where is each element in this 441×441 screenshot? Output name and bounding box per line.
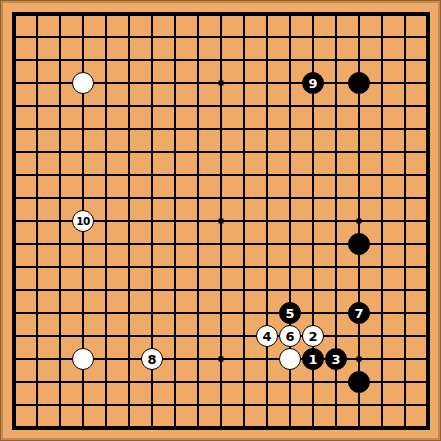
intersection-G14 bbox=[141, 118, 164, 141]
intersection-L1 bbox=[233, 417, 256, 440]
intersection-L3 bbox=[233, 371, 256, 394]
intersection-G12 bbox=[141, 164, 164, 187]
intersection-D6 bbox=[72, 302, 95, 325]
intersection-H6 bbox=[164, 302, 187, 325]
intersection-E9 bbox=[95, 233, 118, 256]
move-number: 5 bbox=[285, 307, 294, 320]
intersection-H13 bbox=[164, 141, 187, 164]
intersection-T12 bbox=[417, 164, 440, 187]
intersection-R8 bbox=[371, 256, 394, 279]
intersection-G18 bbox=[141, 26, 164, 49]
intersection-Q9 bbox=[348, 233, 371, 256]
intersection-A5 bbox=[3, 325, 26, 348]
intersection-R1 bbox=[371, 417, 394, 440]
intersection-L13 bbox=[233, 141, 256, 164]
intersection-C5 bbox=[49, 325, 72, 348]
intersection-F17 bbox=[118, 49, 141, 72]
go-diagram: 91057462813 bbox=[0, 0, 441, 441]
intersection-B18 bbox=[26, 26, 49, 49]
white-stone bbox=[72, 72, 94, 94]
intersection-R9 bbox=[371, 233, 394, 256]
intersection-S8 bbox=[394, 256, 417, 279]
white-stone: 6 bbox=[279, 325, 301, 347]
intersection-L19 bbox=[233, 3, 256, 26]
intersection-Q7 bbox=[348, 279, 371, 302]
black-stone bbox=[348, 371, 370, 393]
intersection-F16 bbox=[118, 72, 141, 95]
intersection-R6 bbox=[371, 302, 394, 325]
intersection-O1 bbox=[302, 417, 325, 440]
intersection-P12 bbox=[325, 164, 348, 187]
intersection-B15 bbox=[26, 95, 49, 118]
intersection-Q16 bbox=[348, 72, 371, 95]
intersection-J18 bbox=[187, 26, 210, 49]
intersection-E12 bbox=[95, 164, 118, 187]
intersection-L17 bbox=[233, 49, 256, 72]
intersection-L15 bbox=[233, 95, 256, 118]
intersection-A13 bbox=[3, 141, 26, 164]
intersection-O8 bbox=[302, 256, 325, 279]
intersection-T5 bbox=[417, 325, 440, 348]
intersection-S17 bbox=[394, 49, 417, 72]
intersection-O10 bbox=[302, 210, 325, 233]
intersection-S15 bbox=[394, 95, 417, 118]
intersection-K13 bbox=[210, 141, 233, 164]
intersection-S6 bbox=[394, 302, 417, 325]
intersection-M1 bbox=[256, 417, 279, 440]
intersection-R18 bbox=[371, 26, 394, 49]
intersection-J13 bbox=[187, 141, 210, 164]
intersection-C15 bbox=[49, 95, 72, 118]
intersection-A6 bbox=[3, 302, 26, 325]
intersection-N1 bbox=[279, 417, 302, 440]
white-stone: 2 bbox=[302, 325, 324, 347]
intersection-S4 bbox=[394, 348, 417, 371]
intersection-G6 bbox=[141, 302, 164, 325]
intersection-Q12 bbox=[348, 164, 371, 187]
intersection-M6 bbox=[256, 302, 279, 325]
intersection-K15 bbox=[210, 95, 233, 118]
intersection-M13 bbox=[256, 141, 279, 164]
intersection-L14 bbox=[233, 118, 256, 141]
white-stone: 8 bbox=[141, 348, 163, 370]
intersection-D5 bbox=[72, 325, 95, 348]
intersection-L6 bbox=[233, 302, 256, 325]
intersection-O12 bbox=[302, 164, 325, 187]
intersection-M14 bbox=[256, 118, 279, 141]
intersection-C6 bbox=[49, 302, 72, 325]
intersection-L8 bbox=[233, 256, 256, 279]
intersection-M3 bbox=[256, 371, 279, 394]
intersection-O14 bbox=[302, 118, 325, 141]
intersection-A2 bbox=[3, 394, 26, 417]
intersection-O6 bbox=[302, 302, 325, 325]
move-number: 1 bbox=[308, 353, 317, 366]
intersection-N18 bbox=[279, 26, 302, 49]
intersection-G10 bbox=[141, 210, 164, 233]
intersection-R2 bbox=[371, 394, 394, 417]
intersection-M2 bbox=[256, 394, 279, 417]
intersection-N12 bbox=[279, 164, 302, 187]
intersection-J19 bbox=[187, 3, 210, 26]
intersection-N10 bbox=[279, 210, 302, 233]
intersection-J4 bbox=[187, 348, 210, 371]
intersection-D2 bbox=[72, 394, 95, 417]
intersection-Q2 bbox=[348, 394, 371, 417]
intersection-F15 bbox=[118, 95, 141, 118]
intersection-H19 bbox=[164, 3, 187, 26]
intersection-E13 bbox=[95, 141, 118, 164]
move-number: 7 bbox=[354, 307, 363, 320]
intersection-M18 bbox=[256, 26, 279, 49]
move-number: 10 bbox=[76, 216, 90, 227]
intersection-B2 bbox=[26, 394, 49, 417]
goban: 91057462813 bbox=[0, 0, 441, 441]
intersection-G8 bbox=[141, 256, 164, 279]
intersection-T14 bbox=[417, 118, 440, 141]
intersection-H14 bbox=[164, 118, 187, 141]
intersection-D8 bbox=[72, 256, 95, 279]
intersection-T18 bbox=[417, 26, 440, 49]
intersection-T2 bbox=[417, 394, 440, 417]
intersection-R16 bbox=[371, 72, 394, 95]
intersection-Q5 bbox=[348, 325, 371, 348]
intersection-P3 bbox=[325, 371, 348, 394]
intersection-E3 bbox=[95, 371, 118, 394]
intersection-E14 bbox=[95, 118, 118, 141]
intersection-H8 bbox=[164, 256, 187, 279]
intersection-O3 bbox=[302, 371, 325, 394]
intersection-F9 bbox=[118, 233, 141, 256]
intersection-F3 bbox=[118, 371, 141, 394]
intersection-M19 bbox=[256, 3, 279, 26]
intersection-A18 bbox=[3, 26, 26, 49]
intersection-H3 bbox=[164, 371, 187, 394]
intersection-A3 bbox=[3, 371, 26, 394]
intersection-G13 bbox=[141, 141, 164, 164]
intersection-B16 bbox=[26, 72, 49, 95]
intersection-K2 bbox=[210, 394, 233, 417]
intersection-Q15 bbox=[348, 95, 371, 118]
intersection-H2 bbox=[164, 394, 187, 417]
intersection-K11 bbox=[210, 187, 233, 210]
intersection-C13 bbox=[49, 141, 72, 164]
intersection-C11 bbox=[49, 187, 72, 210]
intersection-G11 bbox=[141, 187, 164, 210]
intersection-P13 bbox=[325, 141, 348, 164]
intersection-Q10 bbox=[348, 210, 371, 233]
intersection-J3 bbox=[187, 371, 210, 394]
intersection-F7 bbox=[118, 279, 141, 302]
intersection-O15 bbox=[302, 95, 325, 118]
intersection-S11 bbox=[394, 187, 417, 210]
intersection-C1 bbox=[49, 417, 72, 440]
intersection-E10 bbox=[95, 210, 118, 233]
intersection-P11 bbox=[325, 187, 348, 210]
intersection-G4: 8 bbox=[141, 348, 164, 371]
intersection-K17 bbox=[210, 49, 233, 72]
intersection-N11 bbox=[279, 187, 302, 210]
intersection-P9 bbox=[325, 233, 348, 256]
intersection-A12 bbox=[3, 164, 26, 187]
intersection-N5: 6 bbox=[279, 325, 302, 348]
intersection-R4 bbox=[371, 348, 394, 371]
intersection-N15 bbox=[279, 95, 302, 118]
intersection-T15 bbox=[417, 95, 440, 118]
intersection-E8 bbox=[95, 256, 118, 279]
intersection-C16 bbox=[49, 72, 72, 95]
intersection-N2 bbox=[279, 394, 302, 417]
intersection-N7 bbox=[279, 279, 302, 302]
intersection-E11 bbox=[95, 187, 118, 210]
intersection-C3 bbox=[49, 371, 72, 394]
intersection-A14 bbox=[3, 118, 26, 141]
intersection-L11 bbox=[233, 187, 256, 210]
intersection-C10 bbox=[49, 210, 72, 233]
intersection-T3 bbox=[417, 371, 440, 394]
intersection-N14 bbox=[279, 118, 302, 141]
intersection-D19 bbox=[72, 3, 95, 26]
intersection-P1 bbox=[325, 417, 348, 440]
intersection-E19 bbox=[95, 3, 118, 26]
intersection-J16 bbox=[187, 72, 210, 95]
intersection-B3 bbox=[26, 371, 49, 394]
intersection-B13 bbox=[26, 141, 49, 164]
intersection-K14 bbox=[210, 118, 233, 141]
intersection-K16 bbox=[210, 72, 233, 95]
black-stone: 9 bbox=[302, 72, 324, 94]
intersection-D12 bbox=[72, 164, 95, 187]
black-stone: 1 bbox=[302, 348, 324, 370]
intersection-D11 bbox=[72, 187, 95, 210]
intersection-R11 bbox=[371, 187, 394, 210]
intersection-D9 bbox=[72, 233, 95, 256]
intersection-O2 bbox=[302, 394, 325, 417]
intersection-N3 bbox=[279, 371, 302, 394]
intersection-E16 bbox=[95, 72, 118, 95]
intersection-M11 bbox=[256, 187, 279, 210]
intersection-P15 bbox=[325, 95, 348, 118]
intersection-R17 bbox=[371, 49, 394, 72]
intersection-B4 bbox=[26, 348, 49, 371]
intersection-A7 bbox=[3, 279, 26, 302]
intersection-A9 bbox=[3, 233, 26, 256]
intersection-N9 bbox=[279, 233, 302, 256]
intersection-O17 bbox=[302, 49, 325, 72]
intersection-A10 bbox=[3, 210, 26, 233]
intersection-M12 bbox=[256, 164, 279, 187]
intersection-E2 bbox=[95, 394, 118, 417]
intersection-N8 bbox=[279, 256, 302, 279]
intersection-G7 bbox=[141, 279, 164, 302]
intersection-M17 bbox=[256, 49, 279, 72]
intersection-Q14 bbox=[348, 118, 371, 141]
intersection-P4: 3 bbox=[325, 348, 348, 371]
intersection-K10 bbox=[210, 210, 233, 233]
intersection-Q17 bbox=[348, 49, 371, 72]
intersection-J14 bbox=[187, 118, 210, 141]
intersection-Q1 bbox=[348, 417, 371, 440]
intersection-D4 bbox=[72, 348, 95, 371]
intersection-Q18 bbox=[348, 26, 371, 49]
intersection-L10 bbox=[233, 210, 256, 233]
intersection-J6 bbox=[187, 302, 210, 325]
white-stone bbox=[279, 348, 301, 370]
intersection-O7 bbox=[302, 279, 325, 302]
intersection-H16 bbox=[164, 72, 187, 95]
intersection-G5 bbox=[141, 325, 164, 348]
intersection-H11 bbox=[164, 187, 187, 210]
intersection-J10 bbox=[187, 210, 210, 233]
intersection-C4 bbox=[49, 348, 72, 371]
goban-grid: 91057462813 bbox=[3, 3, 440, 440]
intersection-S5 bbox=[394, 325, 417, 348]
intersection-L16 bbox=[233, 72, 256, 95]
intersection-L4 bbox=[233, 348, 256, 371]
intersection-T19 bbox=[417, 3, 440, 26]
intersection-H5 bbox=[164, 325, 187, 348]
intersection-S19 bbox=[394, 3, 417, 26]
intersection-S10 bbox=[394, 210, 417, 233]
intersection-G3 bbox=[141, 371, 164, 394]
intersection-C9 bbox=[49, 233, 72, 256]
intersection-B6 bbox=[26, 302, 49, 325]
intersection-T17 bbox=[417, 49, 440, 72]
intersection-K18 bbox=[210, 26, 233, 49]
intersection-S13 bbox=[394, 141, 417, 164]
intersection-J11 bbox=[187, 187, 210, 210]
intersection-J8 bbox=[187, 256, 210, 279]
intersection-B14 bbox=[26, 118, 49, 141]
intersection-G17 bbox=[141, 49, 164, 72]
intersection-O5: 2 bbox=[302, 325, 325, 348]
intersection-F11 bbox=[118, 187, 141, 210]
intersection-J17 bbox=[187, 49, 210, 72]
move-number: 9 bbox=[308, 77, 317, 90]
intersection-K3 bbox=[210, 371, 233, 394]
intersection-H10 bbox=[164, 210, 187, 233]
intersection-S16 bbox=[394, 72, 417, 95]
intersection-B10 bbox=[26, 210, 49, 233]
black-stone: 7 bbox=[348, 302, 370, 324]
intersection-N16 bbox=[279, 72, 302, 95]
intersection-C17 bbox=[49, 49, 72, 72]
intersection-P14 bbox=[325, 118, 348, 141]
intersection-L9 bbox=[233, 233, 256, 256]
intersection-J5 bbox=[187, 325, 210, 348]
intersection-Q4 bbox=[348, 348, 371, 371]
intersection-D10: 10 bbox=[72, 210, 95, 233]
intersection-D1 bbox=[72, 417, 95, 440]
intersection-F14 bbox=[118, 118, 141, 141]
intersection-B12 bbox=[26, 164, 49, 187]
intersection-B7 bbox=[26, 279, 49, 302]
intersection-G15 bbox=[141, 95, 164, 118]
intersection-J2 bbox=[187, 394, 210, 417]
intersection-M15 bbox=[256, 95, 279, 118]
intersection-P18 bbox=[325, 26, 348, 49]
intersection-M7 bbox=[256, 279, 279, 302]
intersection-L5 bbox=[233, 325, 256, 348]
intersection-C12 bbox=[49, 164, 72, 187]
intersection-M16 bbox=[256, 72, 279, 95]
intersection-A19 bbox=[3, 3, 26, 26]
intersection-B17 bbox=[26, 49, 49, 72]
intersection-H17 bbox=[164, 49, 187, 72]
intersection-K1 bbox=[210, 417, 233, 440]
intersection-F8 bbox=[118, 256, 141, 279]
intersection-T9 bbox=[417, 233, 440, 256]
intersection-S3 bbox=[394, 371, 417, 394]
intersection-O16: 9 bbox=[302, 72, 325, 95]
intersection-B9 bbox=[26, 233, 49, 256]
intersection-K7 bbox=[210, 279, 233, 302]
intersection-N17 bbox=[279, 49, 302, 72]
intersection-P7 bbox=[325, 279, 348, 302]
intersection-E18 bbox=[95, 26, 118, 49]
intersection-D18 bbox=[72, 26, 95, 49]
intersection-A16 bbox=[3, 72, 26, 95]
intersection-P5 bbox=[325, 325, 348, 348]
intersection-T13 bbox=[417, 141, 440, 164]
intersection-T6 bbox=[417, 302, 440, 325]
intersection-R10 bbox=[371, 210, 394, 233]
black-stone: 5 bbox=[279, 302, 301, 324]
move-number: 4 bbox=[262, 330, 271, 343]
intersection-F10 bbox=[118, 210, 141, 233]
intersection-B19 bbox=[26, 3, 49, 26]
intersection-L12 bbox=[233, 164, 256, 187]
intersection-A11 bbox=[3, 187, 26, 210]
intersection-D3 bbox=[72, 371, 95, 394]
intersection-G9 bbox=[141, 233, 164, 256]
intersection-P8 bbox=[325, 256, 348, 279]
intersection-F5 bbox=[118, 325, 141, 348]
intersection-N4 bbox=[279, 348, 302, 371]
intersection-R5 bbox=[371, 325, 394, 348]
intersection-Q13 bbox=[348, 141, 371, 164]
intersection-R13 bbox=[371, 141, 394, 164]
intersection-F12 bbox=[118, 164, 141, 187]
intersection-K5 bbox=[210, 325, 233, 348]
intersection-D17 bbox=[72, 49, 95, 72]
intersection-L2 bbox=[233, 394, 256, 417]
intersection-E7 bbox=[95, 279, 118, 302]
intersection-K9 bbox=[210, 233, 233, 256]
intersection-P17 bbox=[325, 49, 348, 72]
intersection-J15 bbox=[187, 95, 210, 118]
intersection-G2 bbox=[141, 394, 164, 417]
intersection-D13 bbox=[72, 141, 95, 164]
intersection-S18 bbox=[394, 26, 417, 49]
intersection-N13 bbox=[279, 141, 302, 164]
intersection-T7 bbox=[417, 279, 440, 302]
intersection-K19 bbox=[210, 3, 233, 26]
move-number: 3 bbox=[331, 353, 340, 366]
intersection-J9 bbox=[187, 233, 210, 256]
intersection-C7 bbox=[49, 279, 72, 302]
intersection-M8 bbox=[256, 256, 279, 279]
intersection-O11 bbox=[302, 187, 325, 210]
intersection-N19 bbox=[279, 3, 302, 26]
intersection-D16 bbox=[72, 72, 95, 95]
intersection-H9 bbox=[164, 233, 187, 256]
intersection-A8 bbox=[3, 256, 26, 279]
intersection-R12 bbox=[371, 164, 394, 187]
intersection-R7 bbox=[371, 279, 394, 302]
intersection-F4 bbox=[118, 348, 141, 371]
intersection-L7 bbox=[233, 279, 256, 302]
